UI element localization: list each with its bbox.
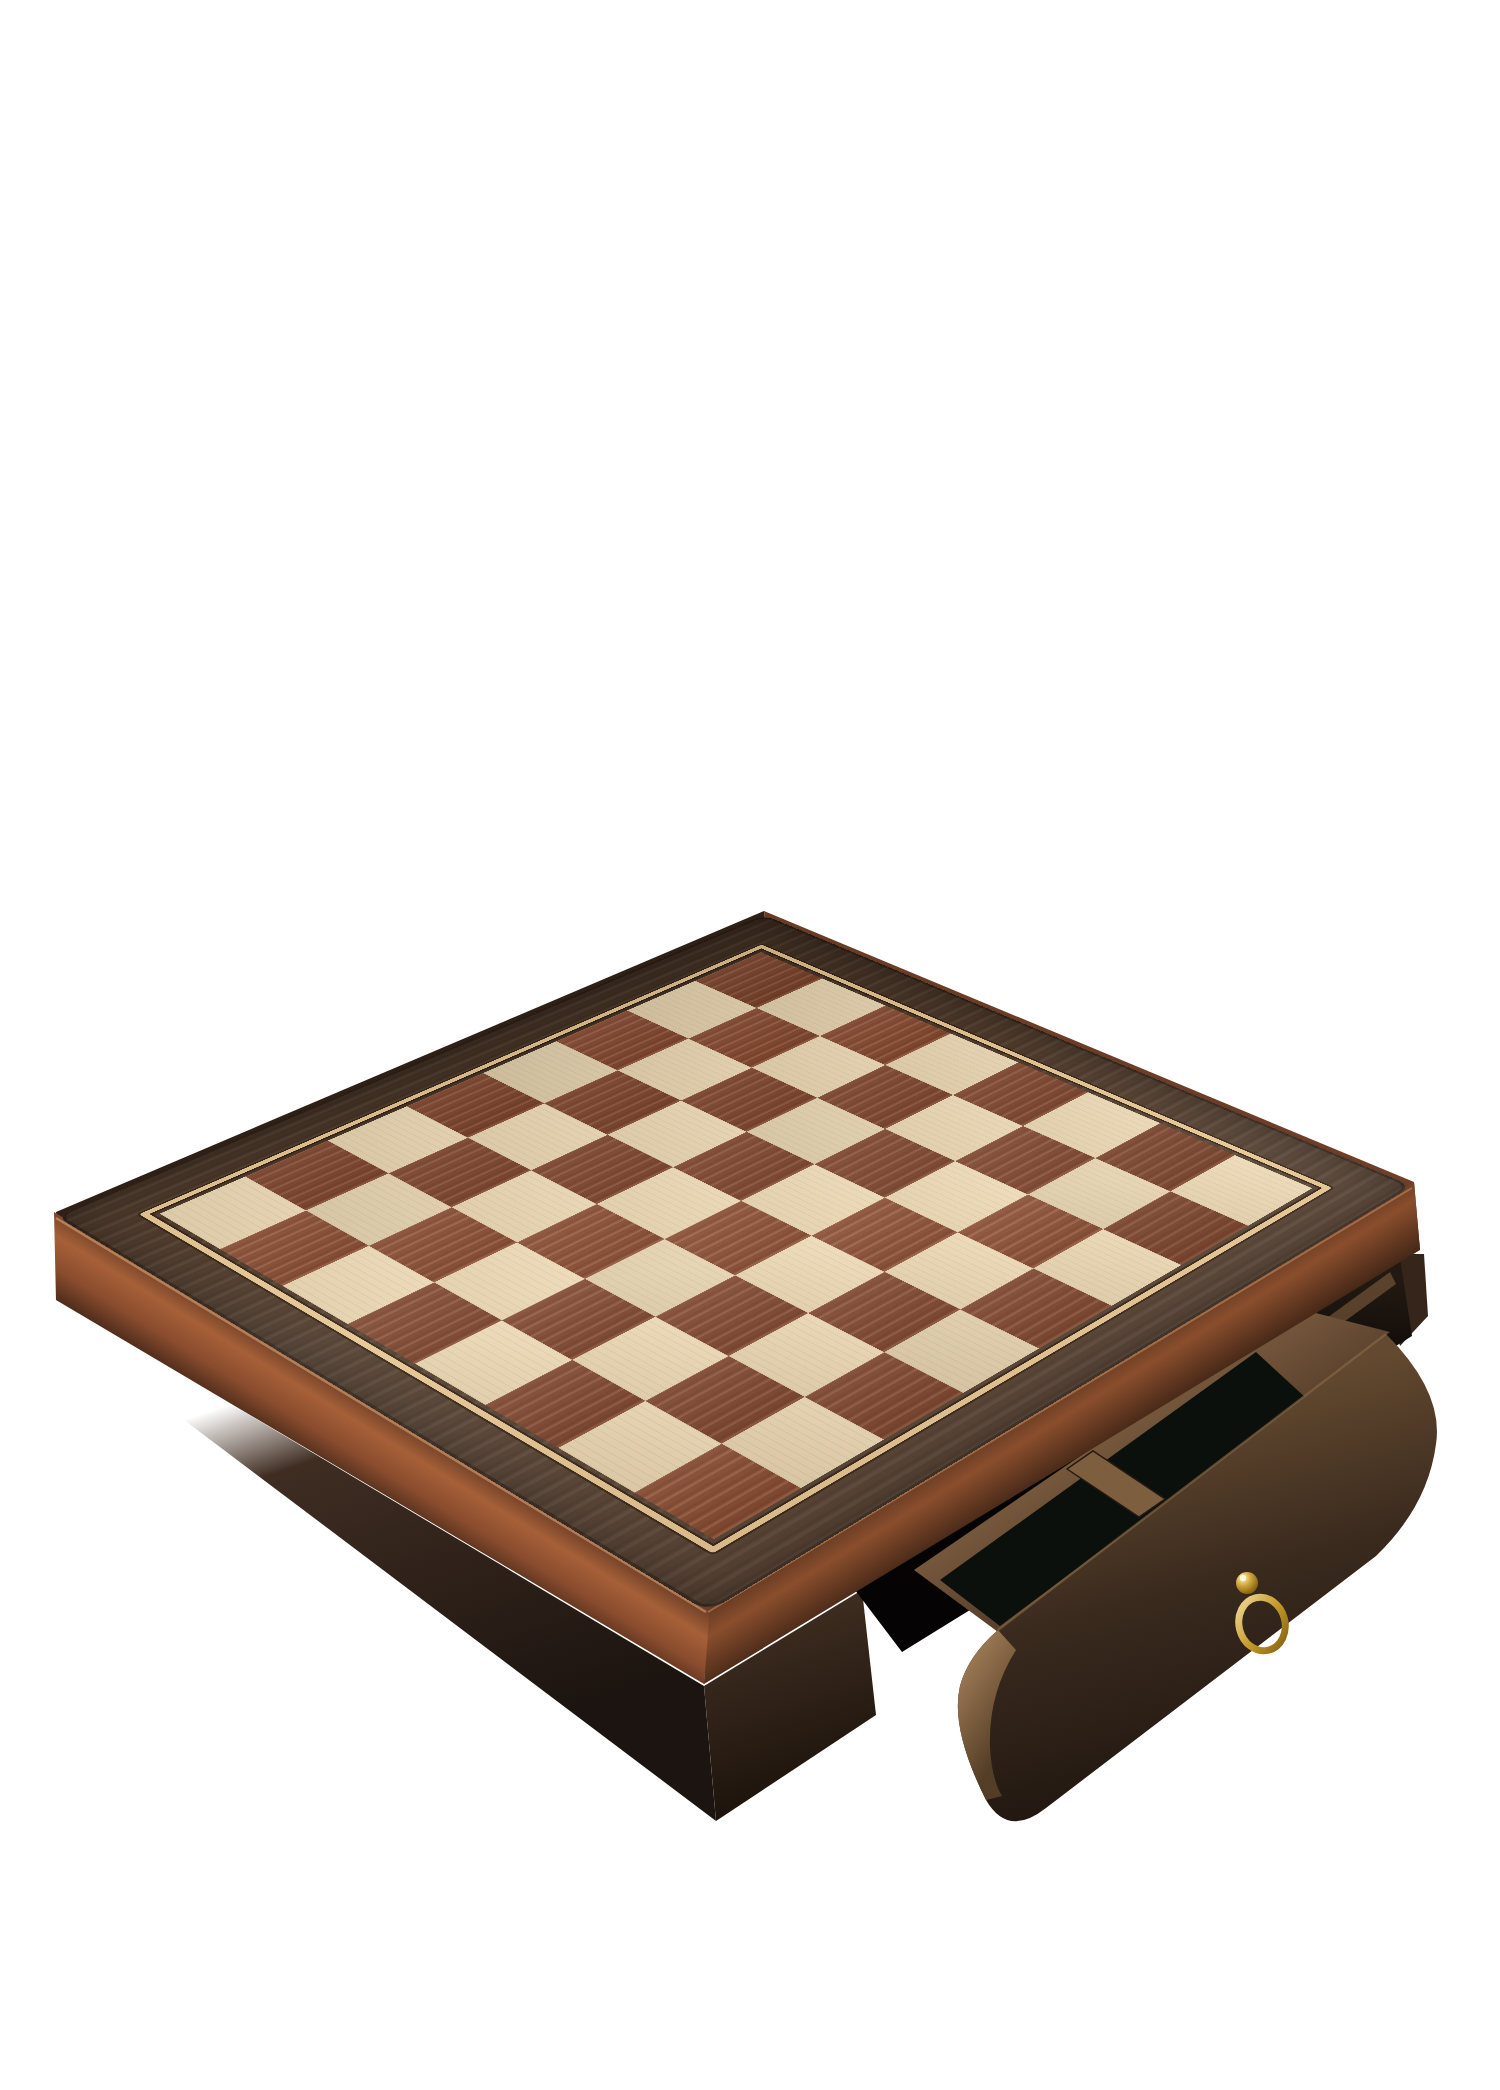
- ring-pull-knob: [1236, 1572, 1258, 1594]
- product-photo-scene: [0, 0, 1500, 2090]
- ring-pull-highlight: [1240, 1575, 1246, 1581]
